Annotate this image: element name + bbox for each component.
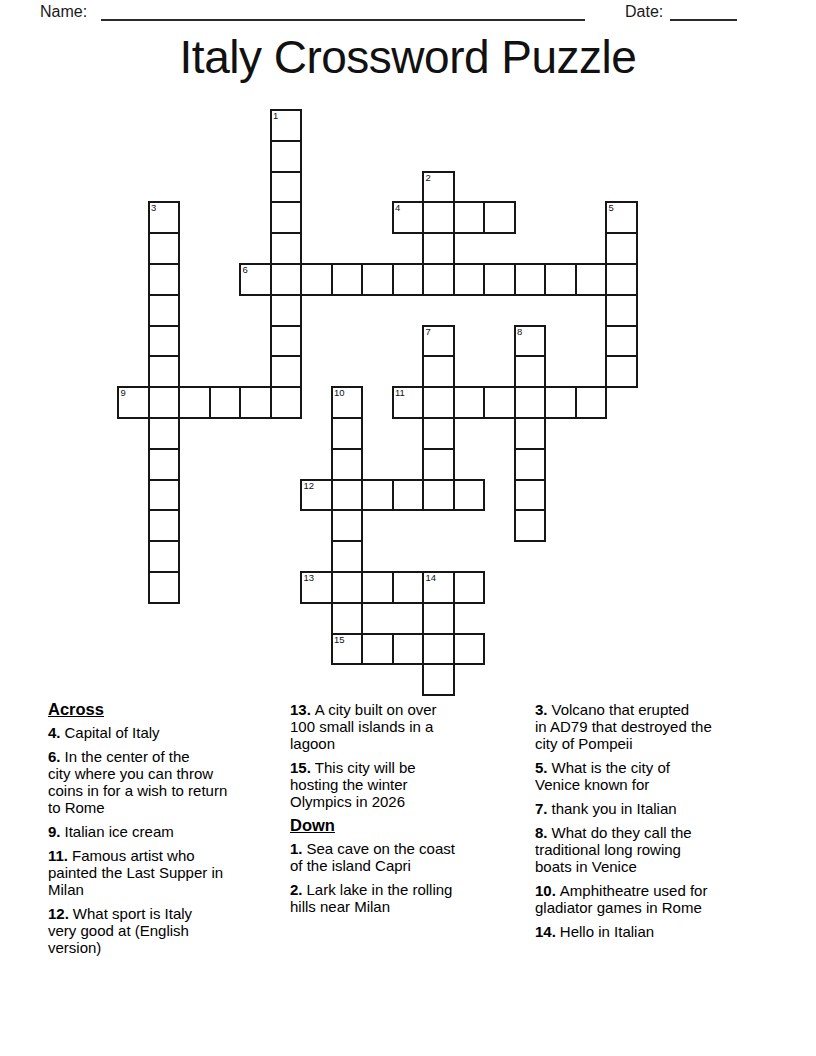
grid-cell-r10-c13[interactable] [514, 417, 547, 450]
clue-11: 11.Famous artist who painted the Last Su… [48, 847, 288, 898]
grid-cell-r7-c13[interactable]: 8 [514, 325, 547, 358]
name-line[interactable] [101, 5, 585, 21]
grid-cell-r12-c1[interactable] [148, 479, 181, 512]
clue-number-label: 5. [535, 759, 548, 776]
grid-cell-r12-c9[interactable] [392, 479, 425, 512]
grid-cell-r15-c7[interactable] [331, 571, 364, 604]
clue-text: Volcano that erupted in AD79 that destro… [535, 701, 712, 752]
grid-cell-r9-c5[interactable] [270, 386, 303, 419]
cell-number-15: 15 [334, 635, 345, 645]
grid-cell-r11-c10[interactable] [422, 448, 455, 481]
worksheet-page: Name: Date: Italy Crossword Puzzle 12345… [0, 0, 816, 1056]
clue-text: Famous artist who painted the Last Suppe… [48, 847, 223, 898]
grid-cell-r12-c7[interactable] [331, 479, 364, 512]
clue-number-label: 1. [290, 840, 303, 857]
grid-cell-r9-c15[interactable] [575, 386, 608, 419]
grid-cell-r15-c8[interactable] [361, 571, 394, 604]
grid-cell-r9-c10[interactable] [422, 386, 455, 419]
grid-cell-r5-c16[interactable] [605, 263, 638, 296]
clue-number-label: 13. [290, 701, 311, 718]
grid-cell-r9-c4[interactable] [239, 386, 272, 419]
clue-6: 6.In the center of the city where you ca… [48, 748, 288, 816]
grid-cell-r17-c8[interactable] [361, 633, 394, 666]
clue-text: Italian ice cream [65, 823, 174, 840]
cell-number-14: 14 [426, 573, 437, 583]
cell-number-7: 7 [426, 327, 431, 337]
grid-cell-r9-c14[interactable] [544, 386, 577, 419]
cell-number-8: 8 [517, 327, 522, 337]
grid-cell-r4-c10[interactable] [422, 232, 455, 265]
clue-number-label: 4. [48, 724, 61, 741]
grid-cell-r3-c1[interactable]: 3 [148, 201, 181, 234]
clue-text: In the center of the city where you can … [48, 748, 227, 816]
clue-number-label: 7. [535, 800, 548, 817]
clue-text: What do they call the traditional long r… [535, 824, 692, 875]
grid-cell-r9-c2[interactable] [178, 386, 211, 419]
grid-cell-r6-c5[interactable] [270, 294, 303, 327]
cell-number-10: 10 [334, 388, 345, 398]
clue-14: 14.Hello in Italian [535, 923, 771, 940]
grid-cell-r3-c9[interactable]: 4 [392, 201, 425, 234]
cell-number-6: 6 [243, 265, 248, 275]
grid-cell-r7-c10[interactable]: 7 [422, 325, 455, 358]
clue-13: 13.A city built on over 100 small island… [290, 701, 516, 752]
clue-5: 5.What is the city of Venice known for [535, 759, 771, 793]
down-header: Down [290, 817, 516, 834]
grid-cell-r9-c7[interactable]: 10 [331, 386, 364, 419]
grid-cell-r16-c10[interactable] [422, 602, 455, 635]
grid-cell-r8-c10[interactable] [422, 355, 455, 388]
grid-cell-r9-c3[interactable] [209, 386, 242, 419]
clue-text: Hello in Italian [560, 923, 654, 940]
clue-text: Lark lake in the rolling hills near Mila… [290, 881, 452, 915]
grid-cell-r15-c6[interactable]: 13 [300, 571, 333, 604]
grid-cell-r11-c1[interactable] [148, 448, 181, 481]
grid-cell-r11-c13[interactable] [514, 448, 547, 481]
grid-cell-r12-c6[interactable]: 12 [300, 479, 333, 512]
grid-cell-r15-c1[interactable] [148, 571, 181, 604]
grid-cell-r4-c5[interactable] [270, 232, 303, 265]
grid-cell-r15-c10[interactable]: 14 [422, 571, 455, 604]
grid-cell-r3-c16[interactable]: 5 [605, 201, 638, 234]
grid-cell-r12-c8[interactable] [361, 479, 394, 512]
grid-cell-r13-c1[interactable] [148, 509, 181, 542]
grid-cell-r10-c10[interactable] [422, 417, 455, 450]
clue-2: 2.Lark lake in the rolling hills near Mi… [290, 881, 516, 915]
grid-cell-r6-c1[interactable] [148, 294, 181, 327]
grid-cell-r4-c16[interactable] [605, 232, 638, 265]
grid-cell-r9-c13[interactable] [514, 386, 547, 419]
grid-cell-r5-c9[interactable] [392, 263, 425, 296]
clue-text: thank you in Italian [552, 800, 677, 817]
grid-cell-r17-c7[interactable]: 15 [331, 633, 364, 666]
grid-cell-r13-c13[interactable] [514, 509, 547, 542]
grid-cell-r16-c7[interactable] [331, 602, 364, 635]
grid-cell-r2-c5[interactable] [270, 171, 303, 204]
grid-cell-r7-c16[interactable] [605, 325, 638, 358]
grid-cell-r0-c5[interactable]: 1 [270, 109, 303, 142]
grid-cell-r8-c13[interactable] [514, 355, 547, 388]
grid-cell-r3-c10[interactable] [422, 201, 455, 234]
grid-cell-r12-c13[interactable] [514, 479, 547, 512]
clue-number-label: 9. [48, 823, 61, 840]
grid-cell-r5-c6[interactable] [300, 263, 333, 296]
grid-cell-r13-c7[interactable] [331, 509, 364, 542]
grid-cell-r10-c1[interactable] [148, 417, 181, 450]
grid-cell-r7-c5[interactable] [270, 325, 303, 358]
cell-number-11: 11 [395, 388, 405, 398]
grid-cell-r9-c11[interactable] [453, 386, 486, 419]
clue-number-label: 15. [290, 759, 311, 776]
grid-cell-r5-c4[interactable]: 6 [239, 263, 272, 296]
grid-cell-r9-c0[interactable]: 9 [117, 386, 150, 419]
clue-text: A city built on over 100 small islands i… [290, 701, 437, 752]
grid-cell-r6-c16[interactable] [605, 294, 638, 327]
cell-number-5: 5 [609, 203, 614, 213]
grid-cell-r3-c12[interactable] [483, 201, 516, 234]
clue-text: What is the city of Venice known for [535, 759, 670, 793]
clue-number-label: 2. [290, 881, 303, 898]
grid-cell-r18-c10[interactable] [422, 663, 455, 696]
clue-7: 7.thank you in Italian [535, 800, 771, 817]
grid-cell-r5-c8[interactable] [361, 263, 394, 296]
date-label: Date: [625, 2, 663, 21]
grid-cell-r15-c9[interactable] [392, 571, 425, 604]
clue-9: 9.Italian ice cream [48, 823, 288, 840]
grid-cell-r15-c11[interactable] [453, 571, 486, 604]
grid-cell-r7-c1[interactable] [148, 325, 181, 358]
grid-cell-r12-c10[interactable] [422, 479, 455, 512]
grid-cell-r5-c7[interactable] [331, 263, 364, 296]
grid-cell-r9-c1[interactable] [148, 386, 181, 419]
clue-number-label: 11. [48, 847, 68, 864]
grid-cell-r4-c1[interactable] [148, 232, 181, 265]
cell-number-3: 3 [151, 203, 156, 213]
grid-cell-r8-c5[interactable] [270, 355, 303, 388]
date-line[interactable] [670, 5, 737, 21]
clue-column-1: Across4.Capital of Italy6.In the center … [48, 701, 288, 963]
clue-1: 1.Sea cave on the coast of the island Ca… [290, 840, 516, 874]
clue-15: 15.This city will be hosting the winter … [290, 759, 516, 810]
crossword-grid: 123456789101112131415 [118, 110, 637, 695]
grid-cell-r5-c14[interactable] [544, 263, 577, 296]
grid-cell-r5-c11[interactable] [453, 263, 486, 296]
clue-text: Amphitheatre used for gladiator games in… [535, 882, 707, 916]
grid-cell-r10-c7[interactable] [331, 417, 364, 450]
clue-text: Sea cave on the coast of the island Capr… [290, 840, 455, 874]
grid-cell-r8-c16[interactable] [605, 355, 638, 388]
cell-number-4: 4 [395, 203, 400, 213]
clue-number-label: 12. [48, 905, 69, 922]
grid-cell-r3-c5[interactable] [270, 201, 303, 234]
grid-cell-r5-c5[interactable] [270, 263, 303, 296]
grid-cell-r9-c9[interactable]: 11 [392, 386, 425, 419]
name-label: Name: [40, 2, 87, 21]
grid-cell-r17-c9[interactable] [392, 633, 425, 666]
grid-cell-r1-c5[interactable] [270, 140, 303, 173]
grid-cell-r14-c1[interactable] [148, 540, 181, 573]
grid-cell-r9-c12[interactable] [483, 386, 516, 419]
clue-number-label: 8. [535, 824, 548, 841]
grid-cell-r11-c7[interactable] [331, 448, 364, 481]
grid-cell-r5-c12[interactable] [483, 263, 516, 296]
grid-cell-r17-c11[interactable] [453, 633, 486, 666]
grid-cell-r3-c11[interactable] [453, 201, 486, 234]
grid-cell-r17-c10[interactable] [422, 633, 455, 666]
grid-cell-r5-c15[interactable] [575, 263, 608, 296]
clue-3: 3.Volcano that erupted in AD79 that dest… [535, 701, 771, 752]
cell-number-13: 13 [304, 573, 315, 583]
clue-text: Capital of Italy [65, 724, 160, 741]
grid-cell-r5-c10[interactable] [422, 263, 455, 296]
grid-cell-r2-c10[interactable]: 2 [422, 171, 455, 204]
grid-cell-r12-c11[interactable] [453, 479, 486, 512]
clue-10: 10.Amphitheatre used for gladiator games… [535, 882, 771, 916]
cell-number-2: 2 [426, 173, 431, 183]
clue-text: What sport is Italy very good at (Englis… [48, 905, 192, 956]
clue-4: 4.Capital of Italy [48, 724, 288, 741]
clue-8: 8.What do they call the traditional long… [535, 824, 771, 875]
grid-cell-r14-c7[interactable] [331, 540, 364, 573]
clue-column-2: 13.A city built on over 100 small island… [290, 701, 516, 922]
clue-column-3: 3.Volcano that erupted in AD79 that dest… [535, 701, 771, 947]
clue-number-label: 10. [535, 882, 556, 899]
grid-cell-r5-c1[interactable] [148, 263, 181, 296]
clue-number-label: 3. [535, 701, 548, 718]
cell-number-1: 1 [273, 111, 278, 121]
cell-number-9: 9 [121, 388, 126, 398]
cell-number-12: 12 [304, 481, 315, 491]
grid-cell-r8-c1[interactable] [148, 355, 181, 388]
clue-number-label: 6. [48, 748, 61, 765]
across-header: Across [48, 701, 288, 718]
puzzle-title: Italy Crossword Puzzle [0, 30, 816, 84]
clue-number-label: 14. [535, 923, 556, 940]
grid-cell-r5-c13[interactable] [514, 263, 547, 296]
clue-12: 12.What sport is Italy very good at (Eng… [48, 905, 288, 956]
